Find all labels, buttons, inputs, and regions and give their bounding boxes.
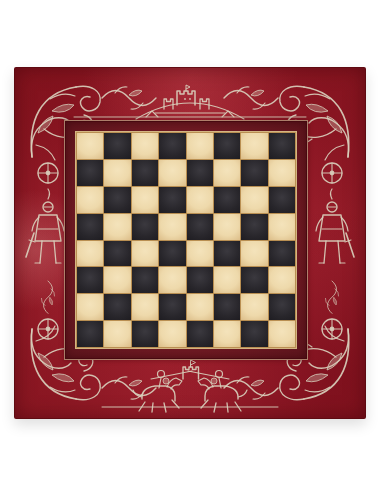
square-h5[interactable] (269, 214, 295, 240)
square-h3[interactable] (269, 267, 295, 293)
vine-border-bottom-left (102, 377, 156, 399)
square-h6[interactable] (269, 187, 295, 213)
square-g6[interactable] (241, 187, 267, 213)
square-b6[interactable] (104, 187, 130, 213)
square-a3[interactable] (77, 267, 103, 293)
castle-engraving (74, 85, 306, 119)
chessboard-grid (75, 131, 297, 349)
square-b8[interactable] (104, 133, 130, 159)
square-d1[interactable] (159, 321, 185, 347)
square-d7[interactable] (159, 160, 185, 186)
square-f4[interactable] (214, 241, 240, 267)
square-f3[interactable] (214, 267, 240, 293)
square-f6[interactable] (214, 187, 240, 213)
square-a4[interactable] (77, 241, 103, 267)
square-b7[interactable] (104, 160, 130, 186)
square-c3[interactable] (132, 267, 158, 293)
square-e2[interactable] (187, 294, 213, 320)
vine-border-top-right (224, 87, 278, 109)
vine-border-right (325, 281, 338, 313)
jousting-knight-left (133, 371, 192, 413)
square-f2[interactable] (214, 294, 240, 320)
square-a8[interactable] (77, 133, 103, 159)
square-b5[interactable] (104, 214, 130, 240)
square-b2[interactable] (104, 294, 130, 320)
square-g7[interactable] (241, 160, 267, 186)
board-inner-frame (64, 120, 308, 360)
square-a6[interactable] (77, 187, 103, 213)
square-e4[interactable] (187, 241, 213, 267)
square-f8[interactable] (214, 133, 240, 159)
square-e6[interactable] (187, 187, 213, 213)
square-g3[interactable] (241, 267, 267, 293)
square-h2[interactable] (269, 294, 295, 320)
vine-border-left (41, 281, 54, 313)
jousting-scene-engraving (102, 360, 278, 412)
square-c5[interactable] (132, 214, 158, 240)
square-c2[interactable] (132, 294, 158, 320)
square-g4[interactable] (241, 241, 267, 267)
square-c6[interactable] (132, 187, 158, 213)
rosette-left-lower (38, 319, 58, 339)
square-a2[interactable] (77, 294, 103, 320)
square-b1[interactable] (104, 321, 130, 347)
rosette-right-upper (322, 163, 342, 183)
square-c4[interactable] (132, 241, 158, 267)
knight-figure-right (316, 189, 354, 263)
square-b3[interactable] (104, 267, 130, 293)
square-d6[interactable] (159, 187, 185, 213)
square-f7[interactable] (214, 160, 240, 186)
knight-figure-left (26, 189, 64, 263)
square-h7[interactable] (269, 160, 295, 186)
square-f5[interactable] (214, 214, 240, 240)
decorative-chessboard (14, 67, 366, 419)
product-photo (0, 0, 381, 492)
rosette-right-lower (322, 319, 342, 339)
jousting-knight-right (188, 371, 247, 413)
square-e8[interactable] (187, 133, 213, 159)
square-d4[interactable] (159, 241, 185, 267)
square-a5[interactable] (77, 214, 103, 240)
square-d3[interactable] (159, 267, 185, 293)
square-d8[interactable] (159, 133, 185, 159)
vine-border-bottom-right (224, 377, 278, 399)
square-g2[interactable] (241, 294, 267, 320)
square-d2[interactable] (159, 294, 185, 320)
square-c1[interactable] (132, 321, 158, 347)
square-e3[interactable] (187, 267, 213, 293)
rosette-left-upper (38, 163, 58, 183)
square-b4[interactable] (104, 241, 130, 267)
square-a7[interactable] (77, 160, 103, 186)
square-g5[interactable] (241, 214, 267, 240)
square-f1[interactable] (214, 321, 240, 347)
square-h4[interactable] (269, 241, 295, 267)
square-a1[interactable] (77, 321, 103, 347)
square-e1[interactable] (187, 321, 213, 347)
vine-border-top-left (102, 87, 156, 109)
square-e5[interactable] (187, 214, 213, 240)
square-h1[interactable] (269, 321, 295, 347)
square-c7[interactable] (132, 160, 158, 186)
square-h8[interactable] (269, 133, 295, 159)
square-e7[interactable] (187, 160, 213, 186)
square-g8[interactable] (241, 133, 267, 159)
square-c8[interactable] (132, 133, 158, 159)
square-g1[interactable] (241, 321, 267, 347)
square-d5[interactable] (159, 214, 185, 240)
